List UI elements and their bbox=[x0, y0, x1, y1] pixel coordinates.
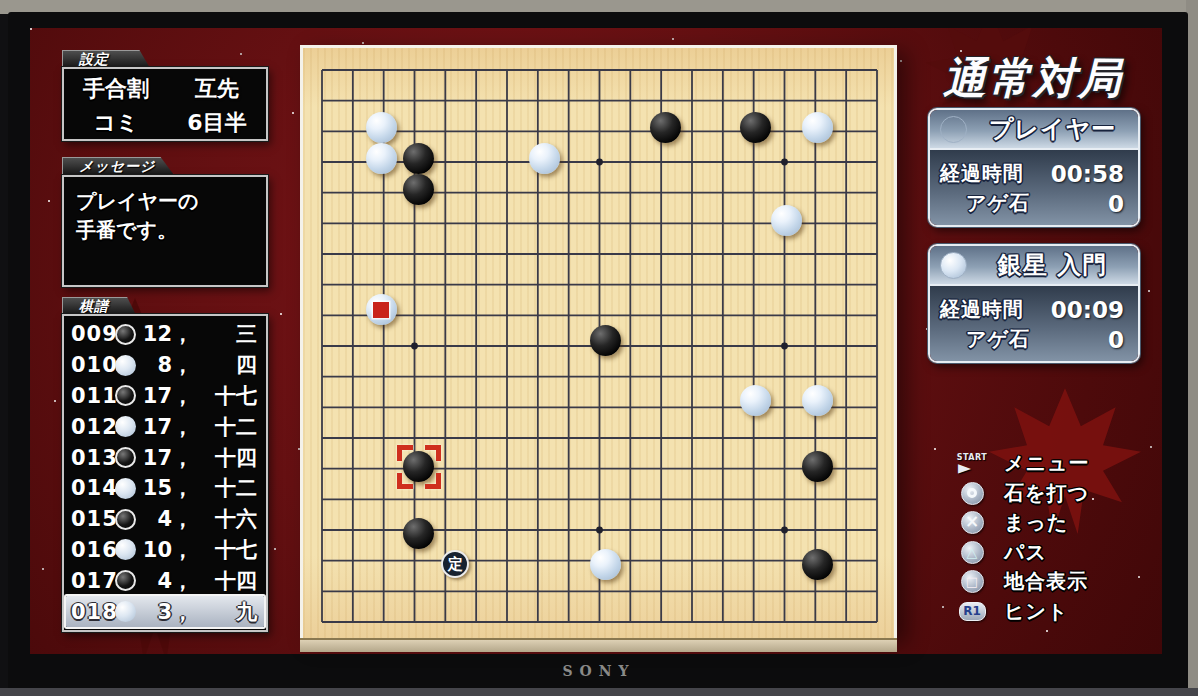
elapsed-time-row: 経過時間 00:58 bbox=[940, 160, 1128, 187]
captured-stones-row: アゲ石 0 bbox=[940, 326, 1128, 353]
handicap-label: 手合割 bbox=[64, 74, 168, 104]
record-row[interactable]: 01415，十二 bbox=[66, 473, 264, 504]
white-stone-icon bbox=[115, 416, 136, 437]
triangle-button-icon: △ bbox=[952, 541, 992, 564]
tab-record: 棋譜 bbox=[62, 297, 136, 315]
record-row[interactable]: 0108，四 bbox=[66, 350, 264, 381]
separator: ， bbox=[172, 505, 192, 533]
record-row[interactable]: 01117，十七 bbox=[66, 381, 264, 412]
legend-square-button-row[interactable]: □地合表示 bbox=[952, 567, 1157, 597]
elapsed-time-label: 経過時間 bbox=[940, 160, 1024, 187]
move-number: 012 bbox=[71, 415, 115, 439]
black-stone-icon bbox=[115, 385, 136, 406]
separator: ， bbox=[172, 413, 192, 441]
stone-black bbox=[740, 112, 771, 143]
captured-stones-label: アゲ石 bbox=[966, 190, 1030, 217]
stone-white bbox=[590, 549, 621, 580]
separator: ， bbox=[172, 444, 192, 472]
separator: ， bbox=[172, 474, 192, 502]
legend-r1-button-row[interactable]: R1ヒント bbox=[952, 597, 1157, 627]
captured-stones-value: 0 bbox=[1030, 327, 1128, 353]
start-button-icon: START▶ bbox=[952, 454, 992, 474]
record-row[interactable]: 01610，十七 bbox=[66, 535, 264, 566]
last-move-marker bbox=[373, 302, 389, 318]
black-stone-icon bbox=[115, 570, 136, 591]
cpu-name: 銀星 入門 bbox=[977, 249, 1128, 281]
record-row[interactable]: 0154，十六 bbox=[66, 504, 264, 535]
stone-white bbox=[802, 385, 833, 416]
separator: ， bbox=[172, 351, 192, 379]
move-number: 015 bbox=[71, 507, 115, 531]
legend-start-button-row[interactable]: START▶メニュー bbox=[952, 449, 1157, 479]
message-panel: プレイヤーの 手番です。 bbox=[62, 175, 268, 287]
legend-triangle-button-row[interactable]: △パス bbox=[952, 538, 1157, 568]
white-stone-icon bbox=[115, 355, 136, 376]
legend-label: ヒント bbox=[1004, 598, 1068, 625]
move-number: 018 bbox=[71, 600, 115, 624]
cpu-card-body: 経過時間 00:09 アゲ石 0 bbox=[930, 286, 1138, 363]
move-column: 4 bbox=[136, 569, 172, 593]
handicap-value: 互先 bbox=[168, 74, 266, 104]
go-board-side-edge bbox=[300, 638, 897, 652]
tv-brand-logo: SONY bbox=[0, 663, 1198, 679]
background-speckles bbox=[30, 28, 32, 30]
move-number: 013 bbox=[71, 446, 115, 470]
mode-title: 通常対局 bbox=[918, 50, 1148, 108]
record-row[interactable]: 00912，三 bbox=[66, 319, 264, 350]
stone-white bbox=[529, 143, 560, 174]
tv-stand-area bbox=[0, 688, 1198, 696]
move-number: 017 bbox=[71, 569, 115, 593]
move-row: 十四 bbox=[192, 567, 259, 595]
move-column: 12 bbox=[136, 322, 172, 346]
black-stone-icon bbox=[940, 116, 967, 143]
record-row[interactable]: 0174，十四 bbox=[66, 565, 264, 596]
move-column: 3 bbox=[136, 600, 172, 624]
tab-settings: 設定 bbox=[62, 50, 150, 68]
move-number: 014 bbox=[71, 476, 115, 500]
legend-cross-button-row[interactable]: ×まった bbox=[952, 508, 1157, 538]
move-column: 17 bbox=[136, 446, 172, 470]
setting-row-komi: コミ 6目半 bbox=[64, 106, 266, 140]
stone-white bbox=[740, 385, 771, 416]
separator: ， bbox=[172, 320, 192, 348]
tv-photo: SONY 設定 手合割 互先 コミ 6目半 メッセージ プレイヤーの bbox=[0, 0, 1198, 696]
r1-button-icon: R1 bbox=[952, 602, 992, 621]
white-stone-icon bbox=[940, 252, 967, 279]
separator: ， bbox=[172, 382, 192, 410]
stone-black bbox=[802, 451, 833, 482]
cpu-card-header: 銀星 入門 bbox=[930, 246, 1138, 286]
move-number: 016 bbox=[71, 538, 115, 562]
settings-panel: 手合割 互先 コミ 6目半 bbox=[62, 67, 268, 141]
white-stone-icon bbox=[115, 478, 136, 499]
move-number: 011 bbox=[71, 384, 115, 408]
komi-value: 6目半 bbox=[168, 108, 266, 138]
white-stone-icon bbox=[115, 601, 136, 622]
legend-label: パス bbox=[1004, 539, 1047, 566]
move-column: 17 bbox=[136, 415, 172, 439]
stone-black bbox=[590, 325, 621, 356]
captured-stones-row: アゲ石 0 bbox=[940, 190, 1128, 217]
legend-label: まった bbox=[1004, 509, 1068, 536]
stone-black bbox=[403, 174, 434, 205]
record-row[interactable]: 01317，十四 bbox=[66, 442, 264, 473]
move-row: 十二 bbox=[192, 413, 259, 441]
move-column: 17 bbox=[136, 384, 172, 408]
elapsed-time-value: 00:58 bbox=[1024, 161, 1128, 187]
stone-black bbox=[650, 112, 681, 143]
player-card-white: 銀星 入門 経過時間 00:09 アゲ石 0 bbox=[928, 244, 1140, 363]
move-row: 三 bbox=[192, 320, 259, 348]
move-column: 15 bbox=[136, 476, 172, 500]
record-row[interactable]: 01217，十二 bbox=[66, 411, 264, 442]
legend-label: 地合表示 bbox=[1004, 568, 1088, 595]
stone-white bbox=[802, 112, 833, 143]
captured-stones-value: 0 bbox=[1030, 191, 1128, 217]
legend-label: 石を打つ bbox=[1004, 480, 1089, 507]
record-row[interactable]: 0183，九 bbox=[66, 596, 264, 627]
player-card-header: プレイヤー bbox=[930, 110, 1138, 150]
separator: ， bbox=[172, 567, 192, 595]
move-number: 010 bbox=[71, 353, 115, 377]
komi-label: コミ bbox=[64, 108, 168, 138]
black-stone-icon bbox=[115, 509, 136, 530]
elapsed-time-value: 00:09 bbox=[1024, 297, 1128, 323]
cross-button-icon: × bbox=[952, 511, 992, 534]
board-cursor[interactable] bbox=[397, 445, 441, 489]
move-row: 十四 bbox=[192, 444, 259, 472]
stone-black bbox=[802, 549, 833, 580]
joseki-marker: 定 bbox=[441, 550, 469, 578]
move-column: 4 bbox=[136, 507, 172, 531]
move-record-list[interactable]: 00912，三0108，四01117，十七01217，十二01317，十四014… bbox=[62, 314, 268, 632]
stone-black bbox=[403, 143, 434, 174]
separator: ， bbox=[172, 598, 192, 626]
message-text: プレイヤーの 手番です。 bbox=[64, 177, 266, 255]
stone-white bbox=[771, 205, 802, 236]
white-stone-icon bbox=[115, 539, 136, 560]
move-row: 十六 bbox=[192, 505, 259, 533]
legend-circle-button-row[interactable]: 石を打つ bbox=[952, 479, 1157, 509]
tab-message: メッセージ bbox=[62, 157, 174, 175]
go-board-intersections[interactable]: 定 bbox=[307, 55, 893, 638]
player-card-black: プレイヤー 経過時間 00:58 アゲ石 0 bbox=[928, 108, 1140, 227]
controller-legend: START▶メニュー石を打つ×まった△パス□地合表示R1ヒント bbox=[952, 449, 1157, 626]
stone-black bbox=[403, 518, 434, 549]
circle-button-icon bbox=[952, 482, 992, 505]
move-column: 8 bbox=[136, 353, 172, 377]
square-button-icon: □ bbox=[952, 570, 992, 593]
black-stone-icon bbox=[115, 447, 136, 468]
move-row: 四 bbox=[192, 351, 259, 379]
elapsed-time-label: 経過時間 bbox=[940, 296, 1024, 323]
player-name: プレイヤー bbox=[977, 113, 1128, 145]
stone-white bbox=[366, 112, 397, 143]
setting-row-handicap: 手合割 互先 bbox=[64, 72, 266, 106]
separator: ， bbox=[172, 536, 192, 564]
move-number: 009 bbox=[71, 322, 115, 346]
move-row: 十七 bbox=[192, 536, 259, 564]
legend-label: メニュー bbox=[1004, 450, 1089, 477]
move-column: 10 bbox=[136, 538, 172, 562]
player-card-body: 経過時間 00:58 アゲ石 0 bbox=[930, 150, 1138, 227]
black-stone-icon bbox=[115, 324, 136, 345]
captured-stones-label: アゲ石 bbox=[966, 326, 1030, 353]
stone-white bbox=[366, 143, 397, 174]
move-row: 十七 bbox=[192, 382, 259, 410]
move-row: 十二 bbox=[192, 474, 259, 502]
move-row: 九 bbox=[192, 598, 259, 626]
elapsed-time-row: 経過時間 00:09 bbox=[940, 296, 1128, 323]
